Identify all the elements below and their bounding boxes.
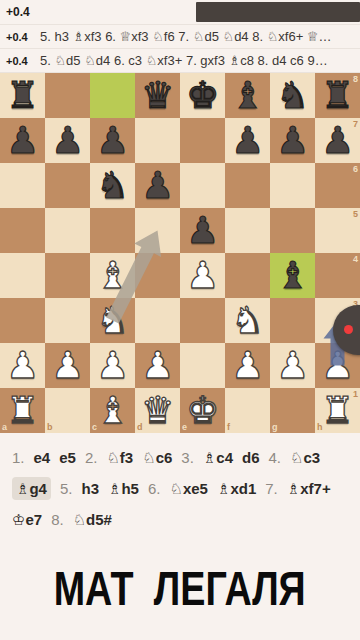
title-band: МАТ ЛЕГАЛЯ (0, 535, 360, 640)
move-token[interactable]: h3 (81, 478, 99, 499)
square-b2[interactable]: ♟ (45, 343, 90, 388)
rank-label-6: 6 (353, 164, 358, 174)
square-g6[interactable] (270, 163, 315, 208)
square-b6[interactable] (45, 163, 90, 208)
chess-app-screen: +0.4+0.45. h3 ♗xf3 6. ♕xf3 ♘f6 7. ♘d5 ♘d… (0, 0, 360, 640)
square-d7[interactable] (135, 118, 180, 163)
white-pawn-c2: ♟ (90, 343, 135, 388)
black-king-e8: ♚ (180, 73, 225, 118)
move-number: 5. (60, 478, 73, 499)
white-bishop-c4: ♝ (90, 253, 135, 298)
move-number: 1. (12, 447, 25, 468)
square-g3[interactable] (270, 298, 315, 343)
square-d8[interactable]: ♛ (135, 73, 180, 118)
top-right-dark-panel[interactable] (196, 2, 360, 22)
move-token[interactable]: ♘c3 (290, 447, 320, 468)
square-g8[interactable]: ♞ (270, 73, 315, 118)
move-number: 8. (51, 509, 64, 530)
move-token[interactable]: ♘d5# (73, 509, 112, 530)
square-c8[interactable] (90, 73, 135, 118)
white-queen-d1: ♛ (135, 388, 180, 433)
square-h7[interactable]: ♟7 (315, 118, 360, 163)
square-d2[interactable]: ♟ (135, 343, 180, 388)
white-bishop-c1: ♝ (90, 388, 135, 433)
file-label-f: f (227, 422, 230, 432)
square-g4[interactable]: ♝ (270, 253, 315, 298)
black-pawn-a7: ♟ (0, 118, 45, 163)
chess-board-container: ♜♛♚♝♞♜8♟♟♟♟♟♟7♞♟6♟5♝♟♝4♞♞3♟♟♟♟♟♟♟2♜ab♝c♛… (0, 73, 360, 433)
file-label-d: d (137, 422, 143, 432)
square-e2[interactable] (180, 343, 225, 388)
square-e8[interactable]: ♚ (180, 73, 225, 118)
black-pawn-b7: ♟ (45, 118, 90, 163)
black-queen-d8: ♛ (135, 73, 180, 118)
file-label-c: c (92, 422, 97, 432)
square-g5[interactable] (270, 208, 315, 253)
square-f3[interactable]: ♞ (225, 298, 270, 343)
file-label-e: e (182, 422, 187, 432)
file-label-g: g (272, 422, 278, 432)
file-label-a: a (2, 422, 7, 432)
square-f2[interactable]: ♟ (225, 343, 270, 388)
square-g2[interactable]: ♟ (270, 343, 315, 388)
move-token[interactable]: d6 (242, 447, 260, 468)
black-pawn-c7: ♟ (90, 118, 135, 163)
move-number: 2. (85, 447, 98, 468)
engine-line-2[interactable]: +0.45. h3 ♗xf3 6. ♕xf3 ♘f6 7. ♘d5 ♘d4 8.… (0, 25, 360, 49)
black-pawn-f7: ♟ (225, 118, 270, 163)
square-c3[interactable]: ♞ (90, 298, 135, 343)
file-label-h: h (317, 422, 323, 432)
black-pawn-g7: ♟ (270, 118, 315, 163)
move-token[interactable]: ♗xf7+ (287, 478, 331, 499)
square-f8[interactable]: ♝ (225, 73, 270, 118)
red-dot-icon (344, 325, 353, 334)
square-c1[interactable]: ♝c (90, 388, 135, 433)
black-knight-g8: ♞ (270, 73, 315, 118)
engine-eval: +0.4 (0, 5, 36, 19)
square-e5[interactable]: ♟ (180, 208, 225, 253)
black-bishop-g4: ♝ (270, 253, 315, 298)
square-h5[interactable]: 5 (315, 208, 360, 253)
square-b3[interactable] (45, 298, 90, 343)
white-knight-f3: ♞ (225, 298, 270, 343)
white-pawn-b2: ♟ (45, 343, 90, 388)
square-e6[interactable] (180, 163, 225, 208)
square-h8[interactable]: ♜8 (315, 73, 360, 118)
square-g1[interactable]: g (270, 388, 315, 433)
white-pawn-a2: ♟ (0, 343, 45, 388)
white-pawn-g2: ♟ (270, 343, 315, 388)
square-a5[interactable] (0, 208, 45, 253)
square-e4[interactable]: ♟ (180, 253, 225, 298)
black-pawn-e5: ♟ (180, 208, 225, 253)
engine-eval: +0.4 (0, 31, 36, 43)
page-title: МАТ ЛЕГАЛЯ (54, 559, 306, 616)
square-a8[interactable]: ♜ (0, 73, 45, 118)
square-b7[interactable]: ♟ (45, 118, 90, 163)
file-label-b: b (47, 422, 53, 432)
white-pawn-f2: ♟ (225, 343, 270, 388)
square-d6[interactable]: ♟ (135, 163, 180, 208)
rank-label-5: 5 (353, 209, 358, 219)
square-a1[interactable]: ♜a (0, 388, 45, 433)
move-token[interactable]: ♗xd1 (217, 478, 256, 499)
rank-label-4: 4 (353, 254, 358, 264)
square-c2[interactable]: ♟ (90, 343, 135, 388)
square-f4[interactable] (225, 253, 270, 298)
square-a2[interactable]: ♟ (0, 343, 45, 388)
engine-line-1[interactable]: +0.4 (0, 0, 360, 25)
square-c5[interactable] (90, 208, 135, 253)
square-d4[interactable] (135, 253, 180, 298)
black-pawn-d6: ♟ (135, 163, 180, 208)
square-b5[interactable] (45, 208, 90, 253)
square-c4[interactable]: ♝ (90, 253, 135, 298)
square-a7[interactable]: ♟ (0, 118, 45, 163)
move-number: 4. (269, 447, 282, 468)
engine-line-moves: 5. h3 ♗xf3 6. ♕xf3 ♘f6 7. ♘d5 ♘d4 8. ♘xf… (36, 29, 360, 44)
square-f1[interactable]: f (225, 388, 270, 433)
square-c6[interactable]: ♞ (90, 163, 135, 208)
black-bishop-f8: ♝ (225, 73, 270, 118)
move-number: 3. (181, 447, 194, 468)
square-d3[interactable] (135, 298, 180, 343)
engine-eval: +0.4 (0, 55, 36, 67)
rank-label-8: 8 (353, 74, 358, 84)
square-a4[interactable] (0, 253, 45, 298)
square-d1[interactable]: ♛d (135, 388, 180, 433)
white-rook-h1: ♜ (315, 388, 360, 433)
move-token[interactable]: ♗h5 (108, 478, 139, 499)
move-list: 1.e4e52.♘f3♘c63.♗c4d64.♘c3♗g45.h3♗h56.♘x… (0, 433, 360, 540)
square-e1[interactable]: ♚e (180, 388, 225, 433)
square-a3[interactable] (0, 298, 45, 343)
square-g7[interactable]: ♟ (270, 118, 315, 163)
square-b8[interactable] (45, 73, 90, 118)
rank-label-7: 7 (353, 119, 358, 129)
move-token[interactable]: ♗c4 (203, 447, 233, 468)
engine-line-3[interactable]: +0.45. ♘d5 ♘d4 6. c3 ♘xf3+ 7. gxf3 ♗c8 8… (0, 49, 360, 73)
square-h6[interactable]: 6 (315, 163, 360, 208)
white-knight-c3: ♞ (90, 298, 135, 343)
black-rook-a8: ♜ (0, 73, 45, 118)
square-d5[interactable] (135, 208, 180, 253)
black-pawn-h7: ♟ (315, 118, 360, 163)
move-token[interactable]: ♘c6 (142, 447, 172, 468)
black-knight-c6: ♞ (90, 163, 135, 208)
rank-label-1: 1 (353, 389, 358, 399)
square-a6[interactable] (0, 163, 45, 208)
square-f6[interactable] (225, 163, 270, 208)
square-b1[interactable]: b (45, 388, 90, 433)
square-f5[interactable] (225, 208, 270, 253)
square-c7[interactable]: ♟ (90, 118, 135, 163)
move-token[interactable]: e5 (59, 447, 76, 468)
white-pawn-d2: ♟ (135, 343, 180, 388)
white-pawn-e4: ♟ (180, 253, 225, 298)
move-number: 7. (265, 478, 278, 499)
black-rook-h8: ♜ (315, 73, 360, 118)
chess-board: ♜♛♚♝♞♜8♟♟♟♟♟♟7♞♟6♟5♝♟♝4♞♞3♟♟♟♟♟♟♟2♜ab♝c♛… (0, 73, 360, 433)
move-token[interactable]: ♘xe5 (169, 478, 207, 499)
white-king-e1: ♚ (180, 388, 225, 433)
engine-line-moves: 5. ♘d5 ♘d4 6. c3 ♘xf3+ 7. gxf3 ♗c8 8. d4… (36, 53, 360, 68)
move-token[interactable]: ♘f3 (106, 447, 133, 468)
square-e7[interactable] (180, 118, 225, 163)
square-h1[interactable]: ♜1h (315, 388, 360, 433)
square-f7[interactable]: ♟ (225, 118, 270, 163)
move-token-current[interactable]: ♗g4 (12, 477, 51, 500)
engine-analysis-panel: +0.4+0.45. h3 ♗xf3 6. ♕xf3 ♘f6 7. ♘d5 ♘d… (0, 0, 360, 73)
move-token[interactable]: e4 (34, 447, 51, 468)
square-b4[interactable] (45, 253, 90, 298)
square-e3[interactable] (180, 298, 225, 343)
move-number: 6. (148, 478, 161, 499)
move-token[interactable]: ♔e7 (12, 509, 42, 530)
white-rook-a1: ♜ (0, 388, 45, 433)
square-h4[interactable]: 4 (315, 253, 360, 298)
